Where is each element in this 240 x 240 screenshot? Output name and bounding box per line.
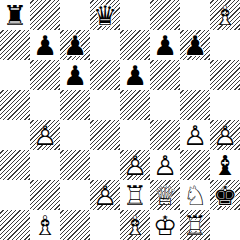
white-rook: ♜♖ — [120, 180, 150, 210]
square-d4[interactable] — [90, 120, 120, 150]
square-a4[interactable] — [0, 120, 30, 150]
square-d1[interactable] — [90, 210, 120, 240]
square-b2[interactable] — [30, 180, 60, 210]
black-pawn: ♟ — [180, 30, 210, 60]
square-h7[interactable] — [210, 30, 240, 60]
square-c5[interactable] — [60, 90, 90, 120]
white-bishop: ♝♗ — [30, 210, 60, 240]
square-b7[interactable]: ♟ — [30, 30, 60, 60]
square-f5[interactable] — [150, 90, 180, 120]
square-h2[interactable]: ♚ — [210, 180, 240, 210]
square-d3[interactable] — [90, 150, 120, 180]
white-pawn-glyph: ♙ — [183, 122, 207, 149]
black-bishop-glyph: ♝ — [213, 152, 237, 179]
square-a2[interactable] — [0, 180, 30, 210]
square-a5[interactable] — [0, 90, 30, 120]
square-g5[interactable] — [180, 90, 210, 120]
black-pawn: ♟ — [150, 30, 180, 60]
white-queen-glyph: ♕ — [153, 182, 177, 209]
white-king: ♚♔ — [150, 210, 180, 240]
white-pawn-glyph: ♙ — [123, 152, 147, 179]
square-b4[interactable]: ♟♙ — [30, 120, 60, 150]
square-g1[interactable]: ♜♖ — [180, 210, 210, 240]
square-g4[interactable]: ♟♙ — [180, 120, 210, 150]
square-d6[interactable] — [90, 60, 120, 90]
square-h6[interactable] — [210, 60, 240, 90]
square-g3[interactable] — [180, 150, 210, 180]
square-c4[interactable] — [60, 120, 90, 150]
white-pawn: ♟♙ — [120, 150, 150, 180]
square-f4[interactable] — [150, 120, 180, 150]
square-d8[interactable]: ♛ — [90, 0, 120, 30]
square-h3[interactable]: ♝ — [210, 150, 240, 180]
black-queen: ♛ — [90, 0, 120, 30]
white-rook-glyph: ♖ — [183, 212, 207, 239]
white-pawn-glyph: ♙ — [93, 182, 117, 209]
square-h4[interactable]: ♟♙ — [210, 120, 240, 150]
square-c6[interactable]: ♟ — [60, 60, 90, 90]
square-a3[interactable] — [0, 150, 30, 180]
white-bishop-glyph: ♗ — [33, 212, 57, 239]
square-c2[interactable] — [60, 180, 90, 210]
square-e4[interactable] — [120, 120, 150, 150]
square-e8[interactable] — [120, 0, 150, 30]
white-pawn: ♟♙ — [210, 120, 240, 150]
square-g2[interactable]: ♞♘ — [180, 180, 210, 210]
white-pawn: ♟♙ — [150, 150, 180, 180]
square-b3[interactable] — [30, 150, 60, 180]
square-f8[interactable] — [150, 0, 180, 30]
square-g6[interactable] — [180, 60, 210, 90]
white-bishop-glyph: ♗ — [123, 212, 147, 239]
square-c7[interactable]: ♟ — [60, 30, 90, 60]
white-bishop: ♝♗ — [210, 0, 240, 30]
white-knight-glyph: ♘ — [183, 182, 207, 209]
black-king-glyph: ♚ — [213, 182, 237, 209]
square-b1[interactable]: ♝♗ — [30, 210, 60, 240]
black-rook: ♜ — [0, 0, 30, 30]
square-b6[interactable] — [30, 60, 60, 90]
black-pawn-glyph: ♟ — [63, 32, 87, 59]
black-pawn-glyph: ♟ — [183, 32, 207, 59]
white-pawn-glyph: ♙ — [33, 122, 57, 149]
black-bishop: ♝ — [210, 150, 240, 180]
square-e1[interactable]: ♝♗ — [120, 210, 150, 240]
square-c3[interactable] — [60, 150, 90, 180]
square-b5[interactable] — [30, 90, 60, 120]
white-king-glyph: ♔ — [153, 212, 177, 239]
square-e5[interactable] — [120, 90, 150, 120]
square-d7[interactable] — [90, 30, 120, 60]
square-f6[interactable] — [150, 60, 180, 90]
square-f7[interactable]: ♟ — [150, 30, 180, 60]
square-c1[interactable] — [60, 210, 90, 240]
black-pawn: ♟ — [60, 60, 90, 90]
white-pawn: ♟♙ — [90, 180, 120, 210]
square-d2[interactable]: ♟♙ — [90, 180, 120, 210]
black-pawn-glyph: ♟ — [123, 62, 147, 89]
white-queen: ♛♕ — [150, 180, 180, 210]
black-rook-glyph: ♜ — [3, 2, 27, 29]
square-c8[interactable] — [60, 0, 90, 30]
black-pawn: ♟ — [30, 30, 60, 60]
white-pawn: ♟♙ — [180, 120, 210, 150]
white-knight: ♞♘ — [180, 180, 210, 210]
chess-board: ♜♛♝♗♟♟♟♟♟♟♟♙♟♙♟♙♟♙♟♙♝♟♙♜♖♛♕♞♘♚♝♗♝♗♚♔♜♖ — [0, 0, 240, 240]
square-e3[interactable]: ♟♙ — [120, 150, 150, 180]
square-e2[interactable]: ♜♖ — [120, 180, 150, 210]
white-pawn-glyph: ♙ — [213, 122, 237, 149]
white-rook: ♜♖ — [180, 210, 210, 240]
white-rook-glyph: ♖ — [123, 182, 147, 209]
square-e7[interactable] — [120, 30, 150, 60]
black-queen-glyph: ♛ — [93, 2, 117, 29]
white-bishop: ♝♗ — [120, 210, 150, 240]
black-pawn-glyph: ♟ — [33, 32, 57, 59]
square-a6[interactable] — [0, 60, 30, 90]
square-f1[interactable]: ♚♔ — [150, 210, 180, 240]
white-bishop-glyph: ♗ — [213, 2, 237, 29]
white-pawn: ♟♙ — [30, 120, 60, 150]
square-b8[interactable] — [30, 0, 60, 30]
square-d5[interactable] — [90, 90, 120, 120]
black-king: ♚ — [210, 180, 240, 210]
square-a8[interactable]: ♜ — [0, 0, 30, 30]
black-pawn-glyph: ♟ — [153, 32, 177, 59]
square-g8[interactable] — [180, 0, 210, 30]
black-pawn: ♟ — [120, 60, 150, 90]
square-e6[interactable]: ♟ — [120, 60, 150, 90]
black-pawn-glyph: ♟ — [63, 62, 87, 89]
white-pawn-glyph: ♙ — [153, 152, 177, 179]
square-h8[interactable]: ♝♗ — [210, 0, 240, 30]
square-g7[interactable]: ♟ — [180, 30, 210, 60]
square-h5[interactable] — [210, 90, 240, 120]
square-a7[interactable] — [0, 30, 30, 60]
square-h1[interactable] — [210, 210, 240, 240]
square-a1[interactable] — [0, 210, 30, 240]
square-f2[interactable]: ♛♕ — [150, 180, 180, 210]
black-pawn: ♟ — [60, 30, 90, 60]
square-f3[interactable]: ♟♙ — [150, 150, 180, 180]
